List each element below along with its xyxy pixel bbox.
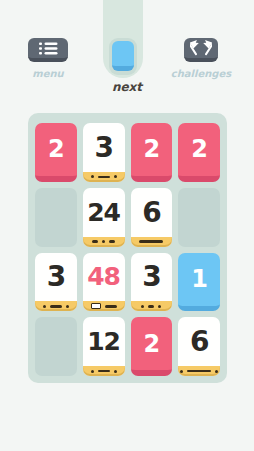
cell-r4c1-empty [35, 317, 77, 376]
tile-3-r1c2[interactable]: 3 [83, 123, 125, 182]
face-mark-line [98, 176, 110, 179]
face-mark-dash [148, 305, 154, 308]
tile-number: 6 [131, 188, 173, 237]
tile-2-r1c1[interactable]: 2 [35, 123, 77, 182]
tile-face-strip [178, 366, 220, 376]
tile-3-r3c3[interactable]: 3 [131, 253, 173, 312]
tile-6-r4c4[interactable]: 6 [178, 317, 220, 376]
game-board[interactable]: 2322246348311226 [28, 113, 227, 383]
face-mark-dot [102, 240, 105, 243]
face-mark-dot [114, 370, 117, 373]
next-label: next [87, 80, 167, 94]
tile-number: 48 [83, 253, 125, 302]
tile-1-r3c4[interactable]: 1 [178, 253, 220, 312]
tile-2-r1c3[interactable]: 2 [131, 123, 173, 182]
next-tile-preview [112, 41, 134, 71]
tile-face-strip [83, 237, 125, 247]
tile-number: 12 [83, 317, 125, 366]
face-mark-dot [141, 305, 144, 308]
tile-face-strip [35, 301, 77, 311]
crossed-flags-icon [190, 40, 212, 56]
tile-6-r2c3[interactable]: 6 [131, 188, 173, 247]
tile-face-strip [131, 301, 173, 311]
next-tile-strip [103, 0, 143, 78]
tile-face-strip [83, 172, 125, 182]
tile-number: 3 [83, 123, 125, 172]
face-mark-line [98, 370, 110, 373]
face-mark-dot [158, 305, 161, 308]
face-mark-dot [114, 175, 117, 178]
face-mark-dot [66, 305, 69, 308]
tile-48-r3c2[interactable]: 48 [83, 253, 125, 312]
tile-number: 24 [83, 188, 125, 237]
tile-number: 2 [131, 123, 173, 176]
tile-number: 6 [178, 317, 220, 366]
face-mark-dot [91, 370, 94, 373]
face-mark-mouth [91, 303, 101, 309]
menu-button[interactable] [28, 38, 68, 62]
face-mark-dot [43, 305, 46, 308]
cell-r2c4-empty [178, 188, 220, 247]
tile-number: 2 [35, 123, 77, 176]
face-mark-dot [215, 370, 218, 373]
tile-number: 3 [131, 253, 173, 302]
tile-face-strip [83, 301, 125, 311]
tile-24-r2c2[interactable]: 24 [83, 188, 125, 247]
next-tile-slot [109, 38, 137, 75]
cell-r2c1-empty [35, 188, 77, 247]
face-mark-dot [91, 175, 94, 178]
tile-12-r4c2[interactable]: 12 [83, 317, 125, 376]
tile-2-r1c4[interactable]: 2 [178, 123, 220, 182]
tile-number: 2 [131, 317, 173, 370]
menu-label: menu [18, 68, 78, 79]
tile-number: 2 [178, 123, 220, 176]
tile-3-r3c1[interactable]: 3 [35, 253, 77, 312]
challenges-button[interactable] [184, 38, 218, 62]
tile-face-strip [131, 237, 173, 247]
tile-face-strip [83, 366, 125, 376]
face-mark-line [50, 305, 62, 308]
list-icon [39, 42, 58, 55]
face-mark-dash [92, 240, 98, 243]
tile-number: 1 [178, 253, 220, 307]
face-mark-dash [109, 240, 115, 243]
tile-2-r4c3[interactable]: 2 [131, 317, 173, 376]
challenges-label: challenges [166, 68, 236, 79]
face-mark-longline [187, 370, 211, 373]
face-mark-longline [139, 240, 163, 243]
face-mark-dot [180, 370, 183, 373]
threes-game-screen: next menu [0, 0, 254, 451]
face-mark-line [105, 305, 117, 308]
tile-number: 3 [35, 253, 77, 302]
